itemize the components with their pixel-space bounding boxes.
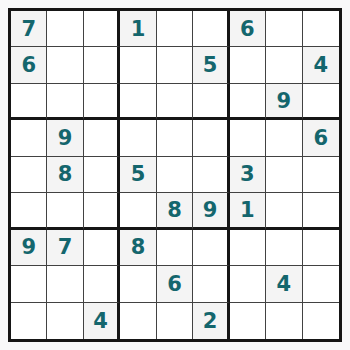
sudoku-cell-r8c5[interactable]: 6 xyxy=(157,266,193,302)
sudoku-cell-r3c8[interactable]: 9 xyxy=(266,84,302,120)
sudoku-cell-r9c9[interactable] xyxy=(303,303,339,339)
given-digit: 4 xyxy=(313,53,328,77)
sudoku-cell-r9c4[interactable] xyxy=(120,303,156,339)
sudoku-cell-r1c8[interactable] xyxy=(266,11,302,47)
sudoku-cell-r9c2[interactable] xyxy=(47,303,83,339)
sudoku-cell-r3c4[interactable] xyxy=(120,84,156,120)
given-digit: 6 xyxy=(240,17,255,41)
sudoku-cell-r8c7[interactable] xyxy=(230,266,266,302)
sudoku-cell-r6c2[interactable] xyxy=(47,193,83,229)
sudoku-cell-r7c5[interactable] xyxy=(157,230,193,266)
given-digit: 1 xyxy=(131,17,146,41)
sudoku-cell-r2c2[interactable] xyxy=(47,47,83,83)
sudoku-cell-r1c6[interactable] xyxy=(193,11,229,47)
given-digit: 9 xyxy=(21,235,36,259)
sudoku-cell-r9c7[interactable] xyxy=(230,303,266,339)
sudoku-cell-r5c9[interactable] xyxy=(303,157,339,193)
sudoku-cell-r9c1[interactable] xyxy=(11,303,47,339)
given-digit: 8 xyxy=(131,235,146,259)
sudoku-cell-r4c5[interactable] xyxy=(157,120,193,156)
given-digit: 7 xyxy=(58,235,73,259)
sudoku-cell-r2c4[interactable] xyxy=(120,47,156,83)
sudoku-cell-r6c1[interactable] xyxy=(11,193,47,229)
sudoku-cell-r3c9[interactable] xyxy=(303,84,339,120)
given-digit: 5 xyxy=(131,162,146,186)
given-digit: 5 xyxy=(203,53,218,77)
sudoku-cell-r5c7[interactable]: 3 xyxy=(230,157,266,193)
given-digit: 6 xyxy=(313,126,328,150)
sudoku-cell-r3c5[interactable] xyxy=(157,84,193,120)
sudoku-cell-r5c2[interactable]: 8 xyxy=(47,157,83,193)
sudoku-cell-r8c9[interactable] xyxy=(303,266,339,302)
given-digit: 9 xyxy=(203,198,218,222)
sudoku-cell-r2c9[interactable]: 4 xyxy=(303,47,339,83)
sudoku-cell-r1c4[interactable]: 1 xyxy=(120,11,156,47)
given-digit: 8 xyxy=(167,198,182,222)
sudoku-cell-r8c4[interactable] xyxy=(120,266,156,302)
sudoku-cell-r5c8[interactable] xyxy=(266,157,302,193)
sudoku-cell-r6c8[interactable] xyxy=(266,193,302,229)
given-digit: 4 xyxy=(93,309,108,333)
sudoku-cell-r2c8[interactable] xyxy=(266,47,302,83)
given-digit: 3 xyxy=(240,162,255,186)
sudoku-cell-r8c8[interactable]: 4 xyxy=(266,266,302,302)
sudoku-cell-r1c3[interactable] xyxy=(84,11,120,47)
sudoku-cell-r5c6[interactable] xyxy=(193,157,229,193)
sudoku-cell-r4c9[interactable]: 6 xyxy=(303,120,339,156)
given-digit: 6 xyxy=(167,272,182,296)
given-digit: 9 xyxy=(58,126,73,150)
sudoku-cell-r3c3[interactable] xyxy=(84,84,120,120)
given-digit: 8 xyxy=(58,162,73,186)
sudoku-cell-r6c7[interactable]: 1 xyxy=(230,193,266,229)
sudoku-cell-r1c7[interactable]: 6 xyxy=(230,11,266,47)
sudoku-cell-r9c8[interactable] xyxy=(266,303,302,339)
sudoku-cell-r3c6[interactable] xyxy=(193,84,229,120)
sudoku-cell-r7c6[interactable] xyxy=(193,230,229,266)
sudoku-cell-r6c3[interactable] xyxy=(84,193,120,229)
given-digit: 7 xyxy=(21,17,36,41)
sudoku-cell-r4c2[interactable]: 9 xyxy=(47,120,83,156)
sudoku-cell-r2c5[interactable] xyxy=(157,47,193,83)
sudoku-cell-r4c3[interactable] xyxy=(84,120,120,156)
sudoku-cell-r7c3[interactable] xyxy=(84,230,120,266)
sudoku-cell-r9c3[interactable]: 4 xyxy=(84,303,120,339)
given-digit: 4 xyxy=(277,272,292,296)
sudoku-cell-r2c1[interactable]: 6 xyxy=(11,47,47,83)
sudoku-cell-r4c1[interactable] xyxy=(11,120,47,156)
sudoku-cell-r5c1[interactable] xyxy=(11,157,47,193)
sudoku-cell-r6c4[interactable] xyxy=(120,193,156,229)
given-digit: 2 xyxy=(203,309,218,333)
sudoku-cell-r7c9[interactable] xyxy=(303,230,339,266)
sudoku-cell-r7c2[interactable]: 7 xyxy=(47,230,83,266)
sudoku-cell-r4c4[interactable] xyxy=(120,120,156,156)
sudoku-cell-r5c3[interactable] xyxy=(84,157,120,193)
sudoku-cell-r6c9[interactable] xyxy=(303,193,339,229)
sudoku-cell-r2c3[interactable] xyxy=(84,47,120,83)
sudoku-cell-r4c7[interactable] xyxy=(230,120,266,156)
sudoku-cell-r6c5[interactable]: 8 xyxy=(157,193,193,229)
sudoku-cell-r7c4[interactable]: 8 xyxy=(120,230,156,266)
sudoku-cell-r4c8[interactable] xyxy=(266,120,302,156)
sudoku-cell-r3c7[interactable] xyxy=(230,84,266,120)
sudoku-cell-r2c7[interactable] xyxy=(230,47,266,83)
sudoku-cell-r9c5[interactable] xyxy=(157,303,193,339)
sudoku-cell-r5c4[interactable]: 5 xyxy=(120,157,156,193)
sudoku-cell-r2c6[interactable]: 5 xyxy=(193,47,229,83)
sudoku-cell-r1c2[interactable] xyxy=(47,11,83,47)
sudoku-cell-r1c9[interactable] xyxy=(303,11,339,47)
sudoku-cell-r1c5[interactable] xyxy=(157,11,193,47)
sudoku-cell-r8c6[interactable] xyxy=(193,266,229,302)
sudoku-cell-r3c1[interactable] xyxy=(11,84,47,120)
sudoku-cell-r4c6[interactable] xyxy=(193,120,229,156)
sudoku-cell-r8c3[interactable] xyxy=(84,266,120,302)
sudoku-cell-r9c6[interactable]: 2 xyxy=(193,303,229,339)
sudoku-cell-r7c8[interactable] xyxy=(266,230,302,266)
sudoku-cell-r8c1[interactable] xyxy=(11,266,47,302)
sudoku-cell-r3c2[interactable] xyxy=(47,84,83,120)
given-digit: 9 xyxy=(277,89,292,113)
sudoku-cell-r7c7[interactable] xyxy=(230,230,266,266)
sudoku-board: 7166549968538919786442 xyxy=(8,8,342,342)
sudoku-cell-r6c6[interactable]: 9 xyxy=(193,193,229,229)
sudoku-cell-r7c1[interactable]: 9 xyxy=(11,230,47,266)
given-digit: 6 xyxy=(21,53,36,77)
sudoku-cell-r5c5[interactable] xyxy=(157,157,193,193)
given-digit: 1 xyxy=(240,198,255,222)
sudoku-board-wrapper: 7166549968538919786442 xyxy=(8,8,342,342)
sudoku-cell-r8c2[interactable] xyxy=(47,266,83,302)
sudoku-cell-r1c1[interactable]: 7 xyxy=(11,11,47,47)
